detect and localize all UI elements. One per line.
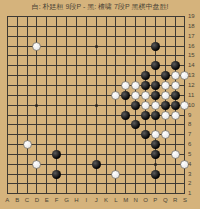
row-label-9: 9 (188, 112, 200, 118)
row-label-7: 7 (188, 131, 200, 137)
white-stone-P10[interactable] (151, 101, 160, 110)
column-label-M: M (121, 197, 131, 203)
row-label-10: 10 (188, 102, 200, 108)
black-stone-P11[interactable] (151, 91, 160, 100)
column-label-F: F (52, 197, 62, 203)
black-stone-O7[interactable] (141, 130, 150, 139)
row-label-17: 17 (188, 33, 200, 39)
column-label-J: J (91, 197, 101, 203)
grid-vertical-line (115, 16, 116, 194)
black-stone-N10[interactable] (131, 101, 140, 110)
white-stone-R12[interactable] (171, 81, 180, 90)
white-stone-M12[interactable] (121, 81, 130, 90)
column-label-N: N (131, 197, 141, 203)
column-label-S: S (180, 197, 190, 203)
black-stone-Q13[interactable] (161, 71, 170, 80)
grid-vertical-line (125, 16, 126, 194)
white-stone-L11[interactable] (111, 91, 120, 100)
column-label-I: I (81, 197, 91, 203)
black-stone-P6[interactable] (151, 140, 160, 149)
white-stone-R13[interactable] (171, 71, 180, 80)
row-label-15: 15 (188, 52, 200, 58)
black-stone-F5[interactable] (52, 150, 61, 159)
grid-vertical-line (106, 16, 107, 194)
row-label-2: 2 (188, 180, 200, 186)
white-stone-N11[interactable] (131, 91, 140, 100)
column-label-L: L (111, 197, 121, 203)
column-label-K: K (101, 197, 111, 203)
black-stone-Q10[interactable] (161, 101, 170, 110)
row-label-3: 3 (188, 171, 200, 177)
black-stone-M9[interactable] (121, 111, 130, 120)
black-stone-O13[interactable] (141, 71, 150, 80)
white-stone-Q7[interactable] (161, 130, 170, 139)
column-label-A: A (2, 197, 12, 203)
white-stone-C6[interactable] (23, 140, 32, 149)
grid-horizontal-line (7, 193, 186, 194)
black-stone-P5[interactable] (151, 150, 160, 159)
column-label-D: D (32, 197, 42, 203)
column-label-C: C (22, 197, 32, 203)
column-label-Q: Q (160, 197, 170, 203)
black-stone-J4[interactable] (92, 160, 101, 169)
white-stone-Q9[interactable] (161, 111, 170, 120)
black-stone-P9[interactable] (151, 111, 160, 120)
white-stone-R9[interactable] (171, 111, 180, 120)
black-stone-O9[interactable] (141, 111, 150, 120)
row-label-8: 8 (188, 121, 200, 127)
column-label-B: B (12, 197, 22, 203)
go-board[interactable]: ABCDEFGHIJKLMNOPQRS191817161514131211109… (0, 0, 200, 209)
star-point (95, 104, 98, 107)
black-stone-R11[interactable] (171, 91, 180, 100)
row-label-19: 19 (188, 13, 200, 19)
black-stone-R10[interactable] (171, 101, 180, 110)
column-label-H: H (71, 197, 81, 203)
row-label-12: 12 (188, 82, 200, 88)
black-stone-P14[interactable] (151, 61, 160, 70)
black-stone-P12[interactable] (151, 81, 160, 90)
black-stone-P16[interactable] (151, 42, 160, 51)
row-label-13: 13 (188, 72, 200, 78)
column-label-G: G (62, 197, 72, 203)
white-stone-P7[interactable] (151, 130, 160, 139)
grid-horizontal-line (7, 124, 186, 125)
white-stone-Q12[interactable] (161, 81, 170, 90)
white-stone-D4[interactable] (32, 160, 41, 169)
row-label-11: 11 (188, 92, 200, 98)
row-label-16: 16 (188, 43, 200, 49)
row-label-6: 6 (188, 141, 200, 147)
row-label-4: 4 (188, 161, 200, 167)
column-label-P: P (150, 197, 160, 203)
white-stone-N12[interactable] (131, 81, 140, 90)
white-stone-O11[interactable] (141, 91, 150, 100)
white-stone-O10[interactable] (141, 101, 150, 110)
row-label-14: 14 (188, 62, 200, 68)
black-stone-O12[interactable] (141, 81, 150, 90)
column-label-E: E (42, 197, 52, 203)
row-label-5: 5 (188, 151, 200, 157)
star-point (154, 163, 157, 166)
column-label-R: R (170, 197, 180, 203)
row-label-1: 1 (188, 190, 200, 196)
grid-horizontal-line (7, 183, 186, 184)
go-game-widget: 白: 朴廷桓 9段P - 黑: 檀啸 7段P 黑棋中盘胜! ABCDEFGHIJ… (0, 0, 200, 209)
black-stone-F3[interactable] (52, 170, 61, 179)
star-point (95, 45, 98, 48)
black-stone-N8[interactable] (131, 120, 140, 129)
black-stone-R14[interactable] (171, 61, 180, 70)
white-stone-L3[interactable] (111, 170, 120, 179)
black-stone-M11[interactable] (121, 91, 130, 100)
black-stone-P3[interactable] (151, 170, 160, 179)
column-label-O: O (141, 197, 151, 203)
row-label-18: 18 (188, 23, 200, 29)
white-stone-D16[interactable] (32, 42, 41, 51)
white-stone-R5[interactable] (171, 150, 180, 159)
white-stone-Q11[interactable] (161, 91, 170, 100)
